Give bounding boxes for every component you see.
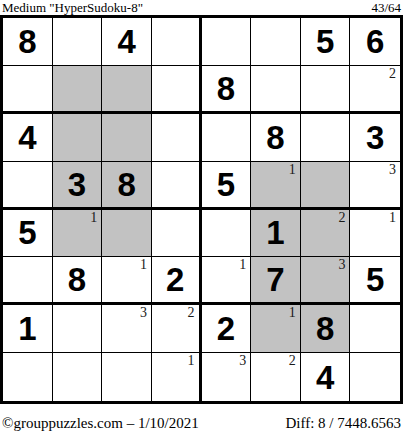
cell-r6c3[interactable]: 1 <box>102 257 152 305</box>
given-digit: 5 <box>366 263 384 296</box>
given-digit: 5 <box>18 216 36 249</box>
pencil-mark: 2 <box>188 305 195 321</box>
cell-r2c7[interactable] <box>301 66 351 114</box>
footer: ©grouppuzzles.com – 1/10/2021 Diff: 8 / … <box>0 412 403 437</box>
puzzle-title: Medium "HyperSudoku-8" <box>2 0 143 16</box>
cell-r1c6[interactable] <box>251 18 301 66</box>
given-digit: 5 <box>316 25 334 58</box>
cell-r7c7[interactable]: 8 <box>301 305 351 353</box>
cell-r7c2[interactable] <box>53 305 103 353</box>
cell-r2c2[interactable] <box>53 66 103 114</box>
progress-counter: 43/64 <box>371 0 401 16</box>
given-digit: 8 <box>217 72 235 105</box>
cell-r1c5[interactable] <box>202 18 252 66</box>
cell-r3c7[interactable] <box>301 114 351 162</box>
given-digit: 3 <box>68 168 86 201</box>
cell-r2c1[interactable] <box>3 66 53 114</box>
cell-r8c6[interactable]: 2 <box>251 353 301 401</box>
cell-r6c6[interactable]: 7 <box>251 257 301 305</box>
pencil-mark: 1 <box>140 257 147 273</box>
given-digit: 8 <box>18 25 36 58</box>
cell-r7c6[interactable]: 1 <box>251 305 301 353</box>
cell-r6c4[interactable]: 2 <box>152 257 202 305</box>
cell-r2c5[interactable]: 8 <box>202 66 252 114</box>
cell-r2c4[interactable] <box>152 66 202 114</box>
cell-r6c7[interactable]: 3 <box>301 257 351 305</box>
cell-r8c7[interactable]: 4 <box>301 353 351 401</box>
given-digit: 8 <box>68 263 86 296</box>
cell-r5c2[interactable]: 1 <box>53 210 103 258</box>
page: Medium "HyperSudoku-8" 43/64 84568248338… <box>0 0 403 437</box>
cell-r8c3[interactable] <box>102 353 152 401</box>
cell-r6c5[interactable]: 1 <box>202 257 252 305</box>
cell-r5c4[interactable] <box>152 210 202 258</box>
pencil-mark: 3 <box>140 305 147 321</box>
given-digit: 8 <box>266 121 284 154</box>
cell-r4c1[interactable] <box>3 162 53 210</box>
given-digit: 4 <box>18 121 36 154</box>
cell-r5c5[interactable] <box>202 210 252 258</box>
cell-r3c8[interactable]: 3 <box>350 114 400 162</box>
pencil-mark: 3 <box>338 257 345 273</box>
cell-r8c2[interactable] <box>53 353 103 401</box>
cell-r6c2[interactable]: 8 <box>53 257 103 305</box>
cell-r1c2[interactable] <box>53 18 103 66</box>
copyright-text: ©grouppuzzles.com – 1/10/2021 <box>2 415 199 432</box>
cell-r1c7[interactable]: 5 <box>301 18 351 66</box>
given-digit: 4 <box>117 25 135 58</box>
given-digit: 6 <box>366 25 384 58</box>
cell-r1c4[interactable] <box>152 18 202 66</box>
cell-r5c7[interactable]: 2 <box>301 210 351 258</box>
cell-r5c3[interactable] <box>102 210 152 258</box>
cell-r4c4[interactable] <box>152 162 202 210</box>
cell-r7c4[interactable]: 2 <box>152 305 202 353</box>
cell-r7c5[interactable]: 2 <box>202 305 252 353</box>
cell-r8c8[interactable] <box>350 353 400 401</box>
cell-r3c4[interactable] <box>152 114 202 162</box>
cell-r4c3[interactable]: 8 <box>102 162 152 210</box>
given-digit: 2 <box>217 312 235 345</box>
pencil-mark: 1 <box>188 353 195 369</box>
cell-r8c4[interactable]: 1 <box>152 353 202 401</box>
given-digit: 8 <box>316 312 334 345</box>
given-digit: 1 <box>18 312 36 345</box>
cell-r8c1[interactable] <box>3 353 53 401</box>
cell-r3c2[interactable] <box>53 114 103 162</box>
pencil-mark: 3 <box>239 353 246 369</box>
cell-r4c5[interactable]: 5 <box>202 162 252 210</box>
cell-r6c1[interactable] <box>3 257 53 305</box>
cell-r1c3[interactable]: 4 <box>102 18 152 66</box>
cell-r4c7[interactable] <box>301 162 351 210</box>
pencil-mark: 2 <box>389 66 396 82</box>
cell-r5c1[interactable]: 5 <box>3 210 53 258</box>
cell-r5c6[interactable]: 1 <box>251 210 301 258</box>
cell-r4c2[interactable]: 3 <box>53 162 103 210</box>
cell-r7c8[interactable] <box>350 305 400 353</box>
given-digit: 4 <box>316 361 334 394</box>
pencil-mark: 3 <box>389 162 396 178</box>
difficulty-text: Diff: 8 / 7448.6563 <box>285 415 401 432</box>
cell-r7c1[interactable]: 1 <box>3 305 53 353</box>
cell-r7c3[interactable]: 3 <box>102 305 152 353</box>
pencil-mark: 2 <box>338 210 345 226</box>
pencil-mark: 1 <box>90 210 97 226</box>
cell-r5c8[interactable]: 1 <box>350 210 400 258</box>
cell-r6c8[interactable]: 5 <box>350 257 400 305</box>
cell-r1c8[interactable]: 6 <box>350 18 400 66</box>
given-digit: 8 <box>117 168 135 201</box>
given-digit: 5 <box>217 168 235 201</box>
pencil-mark: 1 <box>289 305 296 321</box>
cell-r3c6[interactable]: 8 <box>251 114 301 162</box>
pencil-mark: 2 <box>289 353 296 369</box>
cell-r3c5[interactable] <box>202 114 252 162</box>
cell-r2c8[interactable]: 2 <box>350 66 400 114</box>
cell-r3c3[interactable] <box>102 114 152 162</box>
cell-r4c8[interactable]: 3 <box>350 162 400 210</box>
cell-r4c6[interactable]: 1 <box>251 162 301 210</box>
sudoku-board: 845682483385135112181217351322181324 <box>0 15 403 404</box>
given-digit: 1 <box>266 216 284 249</box>
header: Medium "HyperSudoku-8" 43/64 <box>0 0 403 15</box>
pencil-mark: 1 <box>289 162 296 178</box>
given-digit: 2 <box>166 263 184 296</box>
given-digit: 3 <box>366 121 384 154</box>
cell-r2c3[interactable] <box>102 66 152 114</box>
pencil-mark: 1 <box>389 210 396 226</box>
cell-r2c6[interactable] <box>251 66 301 114</box>
cell-r3c1[interactable]: 4 <box>3 114 53 162</box>
given-digit: 7 <box>266 263 284 296</box>
pencil-mark: 1 <box>239 257 246 273</box>
cell-r8c5[interactable]: 3 <box>202 353 252 401</box>
cell-r1c1[interactable]: 8 <box>3 18 53 66</box>
